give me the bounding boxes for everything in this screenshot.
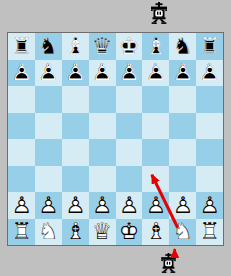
piece-white-king[interactable]: ♚♔ bbox=[116, 219, 143, 246]
square-b2[interactable]: ♟♙ bbox=[35, 192, 62, 219]
square-b3[interactable] bbox=[35, 166, 62, 193]
square-g7[interactable]: ♟♙ bbox=[169, 60, 196, 87]
square-g3[interactable] bbox=[169, 166, 196, 193]
square-d4[interactable] bbox=[89, 139, 116, 166]
piece-white-pawn[interactable]: ♟♙ bbox=[8, 192, 35, 219]
square-d8[interactable]: ♛♕ bbox=[89, 33, 116, 60]
square-d3[interactable] bbox=[89, 166, 116, 193]
square-d1[interactable]: ♛♕ bbox=[89, 219, 116, 246]
square-g8[interactable]: ♞♘ bbox=[169, 33, 196, 60]
square-a3[interactable] bbox=[8, 166, 35, 193]
square-d6[interactable] bbox=[89, 86, 116, 113]
square-e7[interactable]: ♟♙ bbox=[116, 60, 143, 87]
square-e2[interactable]: ♟♙ bbox=[116, 192, 143, 219]
piece-white-pawn[interactable]: ♟♙ bbox=[35, 192, 62, 219]
piece-black-knight[interactable]: ♞♘ bbox=[35, 33, 62, 60]
square-a1[interactable]: ♜♖ bbox=[8, 219, 35, 246]
square-e4[interactable] bbox=[116, 139, 143, 166]
square-h8[interactable]: ♜♖ bbox=[196, 33, 223, 60]
square-f3[interactable] bbox=[142, 166, 169, 193]
square-b8[interactable]: ♞♘ bbox=[35, 33, 62, 60]
square-b6[interactable] bbox=[35, 86, 62, 113]
square-h5[interactable] bbox=[196, 113, 223, 140]
piece-white-pawn[interactable]: ♟♙ bbox=[142, 192, 169, 219]
square-g2[interactable]: ♟♙ bbox=[169, 192, 196, 219]
piece-white-pawn[interactable]: ♟♙ bbox=[62, 192, 89, 219]
square-c8[interactable]: ♝♗ bbox=[62, 33, 89, 60]
square-e3[interactable] bbox=[116, 166, 143, 193]
square-g4[interactable] bbox=[169, 139, 196, 166]
square-c1[interactable]: ♝♗ bbox=[62, 219, 89, 246]
square-e8[interactable]: ♚♔ bbox=[116, 33, 143, 60]
square-c5[interactable] bbox=[62, 113, 89, 140]
square-f7[interactable]: ♟♙ bbox=[142, 60, 169, 87]
square-a5[interactable] bbox=[8, 113, 35, 140]
piece-black-pawn[interactable]: ♟♙ bbox=[8, 60, 35, 87]
square-a2[interactable]: ♟♙ bbox=[8, 192, 35, 219]
square-d2[interactable]: ♟♙ bbox=[89, 192, 116, 219]
square-d7[interactable]: ♟♙ bbox=[89, 60, 116, 87]
piece-white-pawn[interactable]: ♟♙ bbox=[89, 192, 116, 219]
piece-black-rook[interactable]: ♜♖ bbox=[196, 33, 223, 60]
piece-white-rook[interactable]: ♜♖ bbox=[8, 219, 35, 246]
piece-black-bishop[interactable]: ♝♗ bbox=[142, 33, 169, 60]
square-f5[interactable] bbox=[142, 113, 169, 140]
square-h7[interactable]: ♟♙ bbox=[196, 60, 223, 87]
piece-white-pawn[interactable]: ♟♙ bbox=[116, 192, 143, 219]
square-a8[interactable]: ♜♖ bbox=[8, 33, 35, 60]
lantern-piece-icon bbox=[159, 253, 178, 273]
square-f8[interactable]: ♝♗ bbox=[142, 33, 169, 60]
lantern-piece-icon bbox=[149, 2, 169, 24]
square-b4[interactable] bbox=[35, 139, 62, 166]
chess-board-screen: ♜♖♞♘♝♗♛♕♚♔♝♗♞♘♜♖♟♙♟♙♟♙♟♙♟♙♟♙♟♙♟♙♟♙♟♙♟♙♟♙… bbox=[0, 0, 231, 276]
piece-white-rook[interactable]: ♜♖ bbox=[196, 219, 223, 246]
piece-white-knight[interactable]: ♞♘ bbox=[35, 219, 62, 246]
square-a7[interactable]: ♟♙ bbox=[8, 60, 35, 87]
square-a6[interactable] bbox=[8, 86, 35, 113]
piece-white-knight[interactable]: ♞♘ bbox=[169, 219, 196, 246]
square-h6[interactable] bbox=[196, 86, 223, 113]
square-e1[interactable]: ♚♔ bbox=[116, 219, 143, 246]
square-b7[interactable]: ♟♙ bbox=[35, 60, 62, 87]
square-g5[interactable] bbox=[169, 113, 196, 140]
square-g6[interactable] bbox=[169, 86, 196, 113]
piece-white-queen[interactable]: ♛♕ bbox=[89, 219, 116, 246]
square-h3[interactable] bbox=[196, 166, 223, 193]
piece-white-pawn[interactable]: ♟♙ bbox=[169, 192, 196, 219]
square-g1[interactable]: ♞♘ bbox=[169, 219, 196, 246]
square-c4[interactable] bbox=[62, 139, 89, 166]
square-c2[interactable]: ♟♙ bbox=[62, 192, 89, 219]
piece-black-pawn[interactable]: ♟♙ bbox=[89, 60, 116, 87]
square-h4[interactable] bbox=[196, 139, 223, 166]
piece-black-pawn[interactable]: ♟♙ bbox=[62, 60, 89, 87]
square-f6[interactable] bbox=[142, 86, 169, 113]
square-b5[interactable] bbox=[35, 113, 62, 140]
square-d5[interactable] bbox=[89, 113, 116, 140]
piece-black-pawn[interactable]: ♟♙ bbox=[35, 60, 62, 87]
piece-black-pawn[interactable]: ♟♙ bbox=[116, 60, 143, 87]
square-f1[interactable]: ♝♗ bbox=[142, 219, 169, 246]
square-h1[interactable]: ♜♖ bbox=[196, 219, 223, 246]
square-f2[interactable]: ♟♙ bbox=[142, 192, 169, 219]
square-c7[interactable]: ♟♙ bbox=[62, 60, 89, 87]
piece-black-bishop[interactable]: ♝♗ bbox=[62, 33, 89, 60]
piece-white-pawn[interactable]: ♟♙ bbox=[196, 192, 223, 219]
piece-black-pawn[interactable]: ♟♙ bbox=[196, 60, 223, 87]
square-f4[interactable] bbox=[142, 139, 169, 166]
square-c3[interactable] bbox=[62, 166, 89, 193]
piece-black-king[interactable]: ♚♔ bbox=[116, 33, 143, 60]
square-h2[interactable]: ♟♙ bbox=[196, 192, 223, 219]
square-b1[interactable]: ♞♘ bbox=[35, 219, 62, 246]
piece-black-knight[interactable]: ♞♘ bbox=[169, 33, 196, 60]
chess-board: ♜♖♞♘♝♗♛♕♚♔♝♗♞♘♜♖♟♙♟♙♟♙♟♙♟♙♟♙♟♙♟♙♟♙♟♙♟♙♟♙… bbox=[7, 32, 224, 246]
piece-white-bishop[interactable]: ♝♗ bbox=[62, 219, 89, 246]
piece-white-bishop[interactable]: ♝♗ bbox=[142, 219, 169, 246]
piece-black-pawn[interactable]: ♟♙ bbox=[169, 60, 196, 87]
square-a4[interactable] bbox=[8, 139, 35, 166]
square-c6[interactable] bbox=[62, 86, 89, 113]
square-e6[interactable] bbox=[116, 86, 143, 113]
piece-black-pawn[interactable]: ♟♙ bbox=[142, 60, 169, 87]
piece-black-queen[interactable]: ♛♕ bbox=[89, 33, 116, 60]
piece-black-rook[interactable]: ♜♖ bbox=[8, 33, 35, 60]
square-e5[interactable] bbox=[116, 113, 143, 140]
